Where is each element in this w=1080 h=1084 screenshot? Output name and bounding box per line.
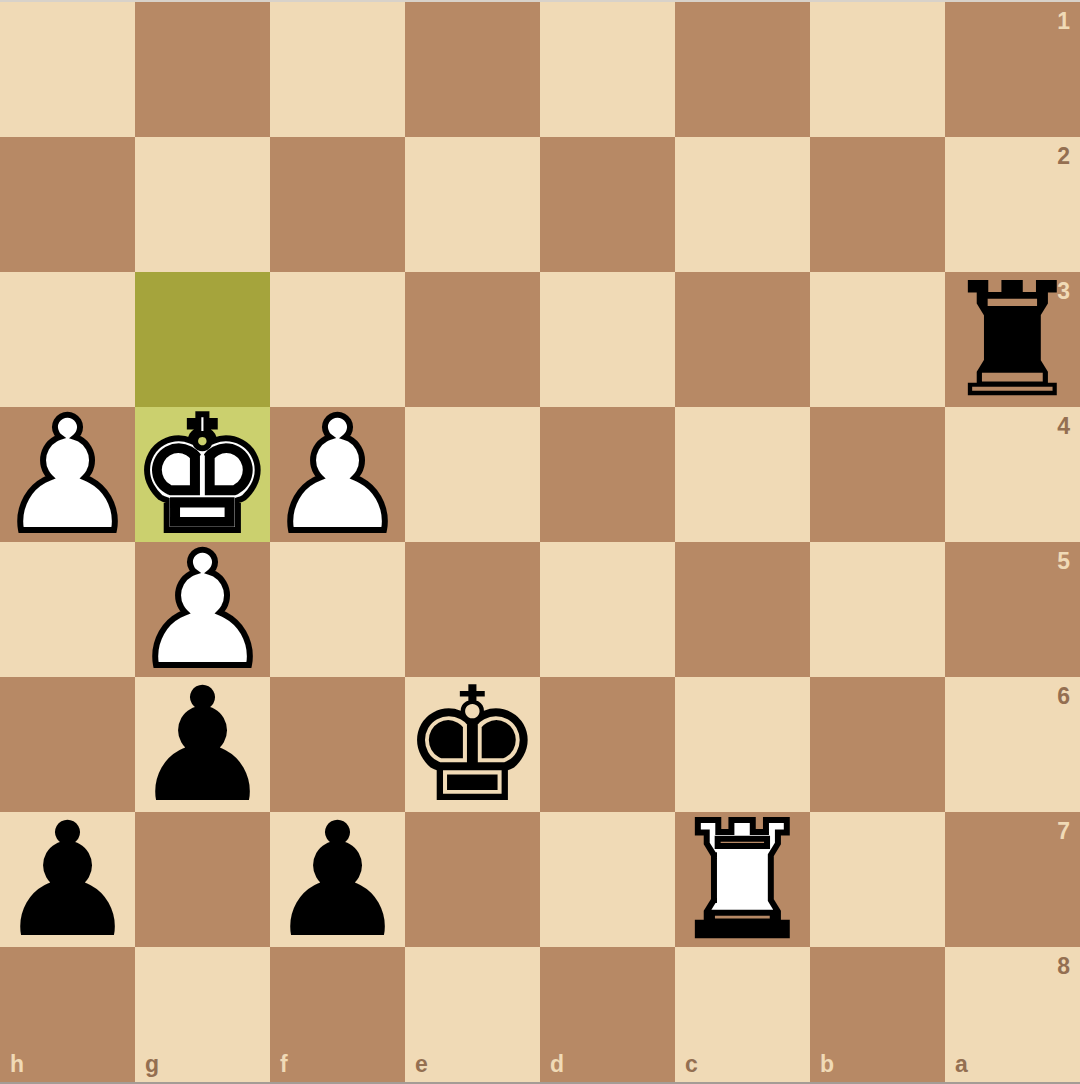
rank-label-5: 5 <box>1057 550 1070 573</box>
square-h7[interactable]: ♟ <box>0 812 135 947</box>
square-g1[interactable] <box>135 2 270 137</box>
file-label-a: a <box>955 1053 968 1076</box>
file-label-e: e <box>415 1053 428 1076</box>
square-h5[interactable] <box>0 542 135 677</box>
chess-board: 12♜3♟♚♟4♟5♟♚6♟♟♜7hgfedcb8a <box>0 2 1080 1082</box>
square-a1[interactable]: 1 <box>945 2 1080 137</box>
square-h4[interactable]: ♟ <box>0 407 135 542</box>
file-label-f: f <box>280 1053 288 1076</box>
white-pawn[interactable]: ♟ <box>267 396 409 554</box>
square-e3[interactable] <box>405 272 540 407</box>
square-d6[interactable] <box>540 677 675 812</box>
file-label-h: h <box>10 1053 24 1076</box>
square-d2[interactable] <box>540 137 675 272</box>
square-e7[interactable] <box>405 812 540 947</box>
square-g2[interactable] <box>135 137 270 272</box>
square-b4[interactable] <box>810 407 945 542</box>
square-f4[interactable]: ♟ <box>270 407 405 542</box>
square-c1[interactable] <box>675 2 810 137</box>
square-a6[interactable]: 6 <box>945 677 1080 812</box>
square-d8[interactable]: d <box>540 947 675 1082</box>
square-c7[interactable]: ♜ <box>675 812 810 947</box>
square-c2[interactable] <box>675 137 810 272</box>
square-b5[interactable] <box>810 542 945 677</box>
file-label-d: d <box>550 1053 564 1076</box>
square-e1[interactable] <box>405 2 540 137</box>
square-h2[interactable] <box>0 137 135 272</box>
square-a7[interactable]: 7 <box>945 812 1080 947</box>
square-f1[interactable] <box>270 2 405 137</box>
file-label-c: c <box>685 1053 698 1076</box>
square-e6[interactable]: ♚ <box>405 677 540 812</box>
square-a8[interactable]: 8a <box>945 947 1080 1082</box>
square-b7[interactable] <box>810 812 945 947</box>
square-h1[interactable] <box>0 2 135 137</box>
square-h8[interactable]: h <box>0 947 135 1082</box>
square-d4[interactable] <box>540 407 675 542</box>
square-b2[interactable] <box>810 137 945 272</box>
square-g7[interactable] <box>135 812 270 947</box>
square-f7[interactable]: ♟ <box>270 812 405 947</box>
rank-label-4: 4 <box>1057 415 1070 438</box>
square-f8[interactable]: f <box>270 947 405 1082</box>
chess-app-frame: 12♜3♟♚♟4♟5♟♚6♟♟♜7hgfedcb8a <box>0 0 1080 1084</box>
square-b8[interactable]: b <box>810 947 945 1082</box>
square-b3[interactable] <box>810 272 945 407</box>
rank-label-2: 2 <box>1057 145 1070 168</box>
white-rook[interactable]: ♜ <box>672 801 814 959</box>
black-rook[interactable]: ♜ <box>942 261 1080 419</box>
black-pawn[interactable]: ♟ <box>132 666 274 824</box>
black-pawn[interactable]: ♟ <box>0 801 138 959</box>
square-d3[interactable] <box>540 272 675 407</box>
square-e4[interactable] <box>405 407 540 542</box>
square-d5[interactable] <box>540 542 675 677</box>
file-label-b: b <box>820 1053 834 1076</box>
square-f2[interactable] <box>270 137 405 272</box>
square-a5[interactable]: 5 <box>945 542 1080 677</box>
square-c4[interactable] <box>675 407 810 542</box>
white-pawn[interactable]: ♟ <box>0 396 138 554</box>
square-g8[interactable]: g <box>135 947 270 1082</box>
rank-label-1: 1 <box>1057 10 1070 33</box>
rank-label-8: 8 <box>1057 955 1070 978</box>
square-e2[interactable] <box>405 137 540 272</box>
square-d7[interactable] <box>540 812 675 947</box>
rank-label-7: 7 <box>1057 820 1070 843</box>
square-a4[interactable]: 4 <box>945 407 1080 542</box>
square-b1[interactable] <box>810 2 945 137</box>
square-c3[interactable] <box>675 272 810 407</box>
square-c5[interactable] <box>675 542 810 677</box>
black-pawn[interactable]: ♟ <box>267 801 409 959</box>
square-d1[interactable] <box>540 2 675 137</box>
square-f5[interactable] <box>270 542 405 677</box>
file-label-g: g <box>145 1053 159 1076</box>
square-b6[interactable] <box>810 677 945 812</box>
rank-label-6: 6 <box>1057 685 1070 708</box>
square-g6[interactable]: ♟ <box>135 677 270 812</box>
square-a3[interactable]: ♜3 <box>945 272 1080 407</box>
square-e8[interactable]: e <box>405 947 540 1082</box>
square-c8[interactable]: c <box>675 947 810 1082</box>
black-king[interactable]: ♚ <box>402 666 544 824</box>
